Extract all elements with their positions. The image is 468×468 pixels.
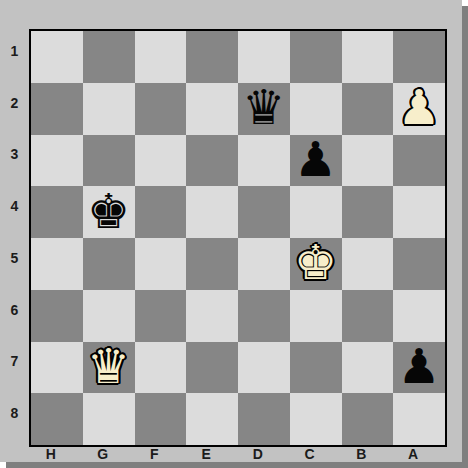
square-a4[interactable] (393, 186, 445, 238)
square-e3[interactable] (186, 135, 238, 187)
square-d1[interactable] (238, 31, 290, 83)
square-f3[interactable] (135, 135, 187, 187)
square-a6[interactable] (393, 290, 445, 342)
square-a3[interactable] (393, 135, 445, 187)
square-a7[interactable]: ♟ (393, 342, 445, 394)
square-h2[interactable] (31, 83, 83, 135)
square-g3[interactable] (83, 135, 135, 187)
square-b6[interactable] (342, 290, 394, 342)
square-h8[interactable] (31, 393, 83, 445)
square-h1[interactable] (31, 31, 83, 83)
square-b8[interactable] (342, 393, 394, 445)
square-c2[interactable] (290, 83, 342, 135)
square-f1[interactable] (135, 31, 187, 83)
file-label-c: C (284, 446, 336, 462)
square-d8[interactable] (238, 393, 290, 445)
square-d4[interactable] (238, 186, 290, 238)
square-g7[interactable]: ♛ (83, 342, 135, 394)
square-b7[interactable] (342, 342, 394, 394)
square-e5[interactable] (186, 238, 238, 290)
rank-label-7: 7 (0, 336, 29, 388)
diagram-frame: 12345678 HGFEDCBA ♛♟♟♚♚♛♟ (0, 0, 462, 462)
file-label-h: H (25, 446, 77, 462)
square-f2[interactable] (135, 83, 187, 135)
square-f7[interactable] (135, 342, 187, 394)
square-h4[interactable] (31, 186, 83, 238)
square-g6[interactable] (83, 290, 135, 342)
square-c6[interactable] (290, 290, 342, 342)
square-b2[interactable] (342, 83, 394, 135)
black-pawn-a7[interactable]: ♟ (398, 342, 441, 390)
square-c7[interactable] (290, 342, 342, 394)
square-b3[interactable] (342, 135, 394, 187)
square-b4[interactable] (342, 186, 394, 238)
square-a1[interactable] (393, 31, 445, 83)
square-h6[interactable] (31, 290, 83, 342)
chess-diagram-page: { "game": "chess", "diagram": { "orienta… (0, 0, 468, 468)
black-queen-d2[interactable]: ♛ (242, 83, 285, 131)
square-b5[interactable] (342, 238, 394, 290)
rank-label-5: 5 (0, 232, 29, 284)
square-d3[interactable] (238, 135, 290, 187)
chess-board: ♛♟♟♚♚♛♟ (29, 29, 447, 447)
square-e1[interactable] (186, 31, 238, 83)
square-c4[interactable] (290, 186, 342, 238)
white-king-c5[interactable]: ♚ (294, 238, 337, 286)
file-label-e: E (180, 446, 232, 462)
square-e4[interactable] (186, 186, 238, 238)
square-c5[interactable]: ♚ (290, 238, 342, 290)
square-c8[interactable] (290, 393, 342, 445)
file-label-g: G (77, 446, 129, 462)
file-label-d: D (232, 446, 284, 462)
square-d6[interactable] (238, 290, 290, 342)
square-h3[interactable] (31, 135, 83, 187)
rank-label-2: 2 (0, 77, 29, 129)
black-king-g4[interactable]: ♚ (87, 187, 130, 235)
rank-label-1: 1 (0, 25, 29, 77)
file-label-b: B (336, 446, 388, 462)
square-c1[interactable] (290, 31, 342, 83)
file-labels: HGFEDCBA (31, 446, 445, 462)
rank-label-4: 4 (0, 180, 29, 232)
white-pawn-a2[interactable]: ♟ (398, 83, 441, 131)
square-f8[interactable] (135, 393, 187, 445)
square-a2[interactable]: ♟ (393, 83, 445, 135)
square-d2[interactable]: ♛ (238, 83, 290, 135)
square-a5[interactable] (393, 238, 445, 290)
square-g2[interactable] (83, 83, 135, 135)
square-a8[interactable] (393, 393, 445, 445)
square-d5[interactable] (238, 238, 290, 290)
square-g1[interactable] (83, 31, 135, 83)
rank-labels: 12345678 (0, 31, 29, 445)
rank-label-8: 8 (0, 387, 29, 439)
square-f4[interactable] (135, 186, 187, 238)
white-queen-g7[interactable]: ♛ (87, 342, 130, 390)
square-g8[interactable] (83, 393, 135, 445)
black-pawn-c3[interactable]: ♟ (294, 135, 337, 183)
rank-label-3: 3 (0, 129, 29, 181)
square-e8[interactable] (186, 393, 238, 445)
square-f5[interactable] (135, 238, 187, 290)
square-g4[interactable]: ♚ (83, 186, 135, 238)
square-c3[interactable]: ♟ (290, 135, 342, 187)
square-e7[interactable] (186, 342, 238, 394)
file-label-f: F (129, 446, 181, 462)
square-f6[interactable] (135, 290, 187, 342)
square-h7[interactable] (31, 342, 83, 394)
square-e2[interactable] (186, 83, 238, 135)
square-g5[interactable] (83, 238, 135, 290)
square-h5[interactable] (31, 238, 83, 290)
rank-label-6: 6 (0, 284, 29, 336)
file-label-a: A (387, 446, 439, 462)
square-b1[interactable] (342, 31, 394, 83)
square-d7[interactable] (238, 342, 290, 394)
square-e6[interactable] (186, 290, 238, 342)
